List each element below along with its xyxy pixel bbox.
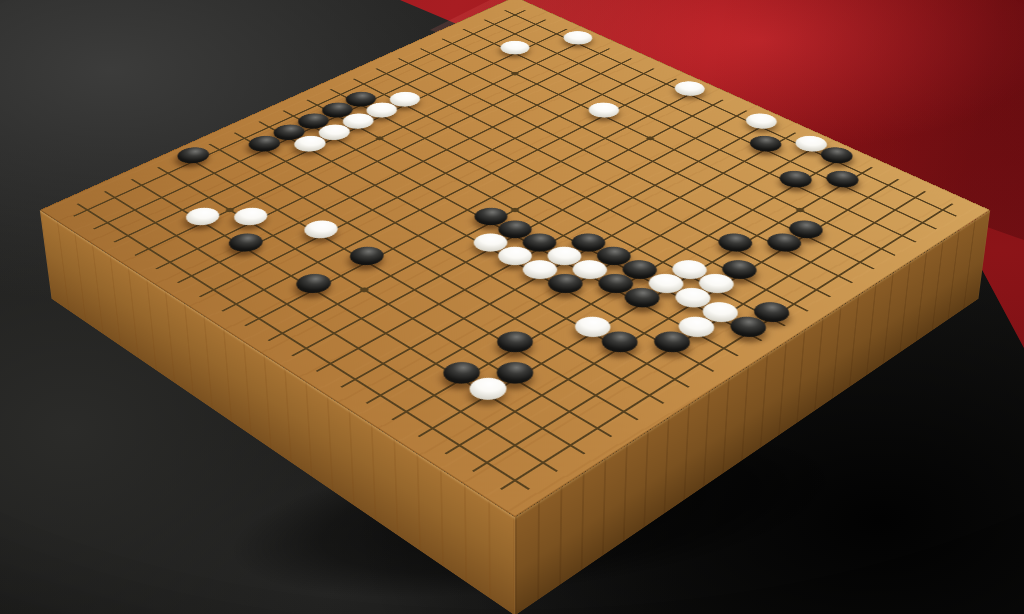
black-stone[interactable]	[343, 242, 391, 268]
go-photo-scene	[0, 0, 1024, 614]
black-stone[interactable]	[773, 167, 818, 190]
black-stone[interactable]	[820, 167, 865, 190]
black-stone[interactable]	[171, 144, 215, 167]
white-stone[interactable]	[298, 216, 345, 241]
black-stone[interactable]	[744, 132, 788, 154]
white-stone[interactable]	[495, 38, 536, 57]
black-stone[interactable]	[289, 270, 338, 297]
white-stone[interactable]	[228, 204, 274, 229]
black-stone[interactable]	[222, 229, 269, 255]
black-stone[interactable]	[712, 229, 759, 255]
white-stone[interactable]	[582, 99, 625, 120]
white-stone[interactable]	[180, 204, 226, 229]
black-stone[interactable]	[490, 327, 541, 356]
white-stone[interactable]	[669, 78, 711, 98]
white-stone[interactable]	[740, 110, 783, 131]
white-stone[interactable]	[558, 28, 599, 47]
